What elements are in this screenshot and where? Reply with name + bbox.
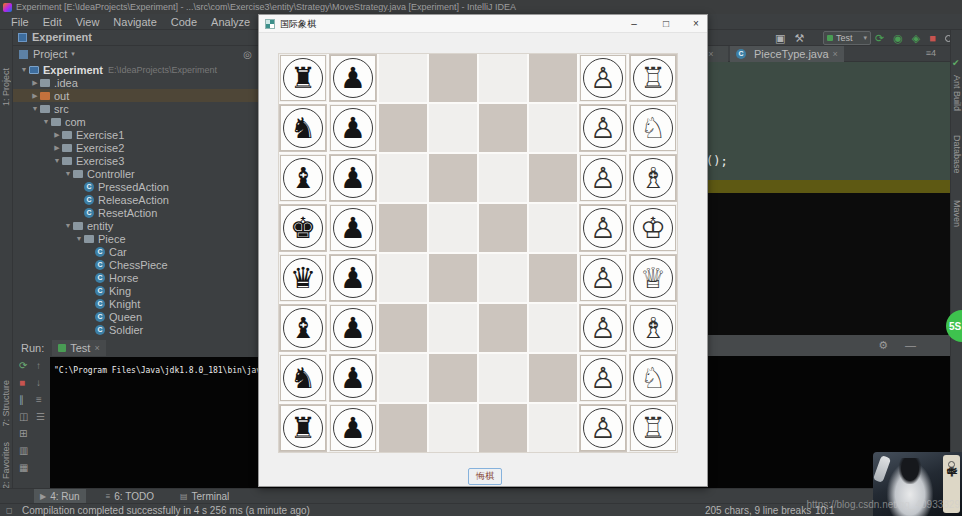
hide-icon[interactable]: — (905, 339, 916, 351)
square-r8c7[interactable]: ♙ (579, 404, 627, 452)
tree-label: Soldier (109, 324, 143, 336)
toolbar-coverage-icon[interactable]: ◈ (912, 30, 920, 46)
white-bishop-piece: ♗ (640, 164, 666, 193)
square-r8c1[interactable]: ♜ (279, 404, 327, 452)
white-rook-piece: ♖ (640, 64, 666, 93)
inspections-ok-icon[interactable]: ✔ (952, 58, 960, 68)
square-r7c4[interactable] (429, 354, 477, 402)
piece-tile: ♙ (580, 405, 626, 451)
piece-circle: ♟ (333, 108, 373, 148)
square-r1c5[interactable] (479, 54, 527, 102)
maximize-button[interactable]: □ (653, 15, 679, 33)
square-r3c2[interactable]: ♟ (329, 154, 377, 202)
piece-tile: ♞ (280, 105, 326, 151)
run-tab-test[interactable]: Test × (52, 340, 105, 356)
tree-label: Exercise2 (76, 142, 124, 154)
piece-tile: ♟ (330, 405, 376, 451)
piece-circle: ♙ (583, 108, 623, 148)
run-rerun-icon[interactable]: ⟳ (19, 361, 27, 371)
chevron-down-icon: ▾ (71, 50, 243, 58)
folder-icon (84, 235, 94, 243)
square-r1c8[interactable]: ♖ (629, 54, 677, 102)
black-pawn-piece: ♟ (340, 264, 366, 293)
tree-item-queen[interactable]: CQueen (13, 310, 258, 323)
seal-icon (948, 461, 955, 468)
class-icon: C (95, 286, 105, 296)
project-icon (29, 66, 39, 74)
toolbar-stop-icon[interactable]: ■ (929, 30, 936, 46)
close-button[interactable]: × (683, 15, 709, 33)
piece-circle: ♕ (633, 258, 673, 298)
piece-circle: ♟ (333, 358, 373, 398)
black-knight-piece: ♞ (290, 364, 316, 393)
piece-tile: ♟ (330, 305, 376, 351)
square-r6c8[interactable]: ♗ (629, 304, 677, 352)
piece-tile: ♟ (330, 355, 376, 401)
tree-label: src (54, 103, 69, 115)
menu-file[interactable]: File (4, 16, 36, 28)
square-r5c8[interactable]: ♕ (629, 254, 677, 302)
tree-item-chesspiece[interactable]: CChessPiece (13, 258, 258, 271)
square-r5c4[interactable] (429, 254, 477, 302)
expand-arrow-icon[interactable]: ▶ (52, 144, 62, 152)
chess-board: ♜♟♙♖♞♟♙♘♝♟♙♗♚♟♙♔♛♟♙♕♝♟♙♗♞♟♙♘♜♟♙♖ (278, 53, 678, 453)
piece-tile: ♕ (630, 255, 676, 301)
piece-tile: ♟ (330, 255, 376, 301)
tree-label: ResetAction (98, 207, 157, 219)
piece-tile: ♔ (630, 205, 676, 251)
white-knight-piece: ♘ (640, 364, 666, 393)
class-icon: C (95, 299, 105, 309)
run-scroll-end-icon[interactable]: ☰ (36, 412, 45, 422)
class-icon: C (95, 260, 105, 270)
class-icon: C (95, 325, 105, 335)
black-knight-piece: ♞ (290, 114, 316, 143)
tool-tab-4-run[interactable]: ▶4: Run (34, 489, 86, 504)
piece-tile: ♟ (330, 105, 376, 151)
menu-analyze[interactable]: Analyze (204, 16, 257, 28)
square-r8c4[interactable] (429, 404, 477, 452)
square-r5c2[interactable]: ♟ (329, 254, 377, 302)
piece-circle: ♙ (583, 408, 623, 448)
toolbar-right-icons: ⟳◉◈■ (875, 30, 952, 46)
piece-circle: ♘ (633, 108, 673, 148)
folder-icon (62, 144, 72, 152)
tree-item-king[interactable]: CKing (13, 284, 258, 297)
square-r7c6[interactable] (529, 354, 577, 402)
square-r6c5[interactable] (479, 304, 527, 352)
tree-label: Exercise1 (76, 129, 124, 141)
piece-tile: ♜ (280, 405, 326, 451)
square-r8c2[interactable]: ♟ (329, 404, 377, 452)
square-r4c6[interactable] (529, 204, 577, 252)
folder-icon (62, 131, 72, 139)
square-r7c7[interactable]: ♙ (579, 354, 627, 402)
tree-item-.idea[interactable]: ▶.idea (13, 76, 258, 89)
class-icon: C (84, 182, 94, 192)
piece-circle: ♟ (333, 258, 373, 298)
piece-circle: ♙ (583, 58, 623, 98)
square-r2c7[interactable]: ♙ (579, 104, 627, 152)
tree-label: ReleaseAction (98, 194, 169, 206)
square-r4c7[interactable]: ♙ (579, 204, 627, 252)
tree-item-piece[interactable]: ▼Piece (13, 232, 258, 245)
toolbar-build-hammer-icon[interactable]: ⚒ (794, 30, 804, 46)
folder-icon (73, 222, 83, 230)
collapse-arrow-icon[interactable]: ▼ (19, 66, 29, 73)
excluded-folder-icon (40, 92, 50, 100)
folder-icon (62, 157, 72, 165)
square-r7c2[interactable]: ♟ (329, 354, 377, 402)
piece-tile: ♙ (580, 305, 626, 351)
square-r4c5[interactable] (479, 204, 527, 252)
square-r3c8[interactable]: ♗ (629, 154, 677, 202)
tree-item-resetaction[interactable]: CResetAction (13, 206, 258, 219)
black-pawn-piece: ♟ (340, 114, 366, 143)
square-r2c5[interactable] (479, 104, 527, 152)
square-r2c1[interactable]: ♞ (279, 104, 327, 152)
screen: Experiment [E:\IdeaProjects\Experiment] … (0, 0, 962, 516)
chess-app-icon (265, 19, 275, 29)
tree-label: Car (109, 246, 127, 258)
chevron-down-icon: ▾ (863, 34, 867, 42)
tree-item-entity[interactable]: ▼entity (13, 219, 258, 232)
piece-tile: ♘ (630, 105, 676, 151)
piece-tile: ♝ (280, 155, 326, 201)
square-r6c6[interactable] (529, 304, 577, 352)
white-pawn-piece: ♙ (590, 414, 616, 443)
minimize-button[interactable]: – (621, 15, 647, 33)
chess-window: 国际象棋 – □ × ♜♟♙♖♞♟♙♘♝♟♙♗♚♟♙♔♛♟♙♕♝♟♙♗♞♟♙♘♜… (258, 14, 708, 487)
stripe-tab-favorites[interactable]: 2: Favorites (1, 442, 11, 489)
white-knight-piece: ♘ (640, 114, 666, 143)
square-r3c6[interactable] (529, 154, 577, 202)
square-r1c4[interactable] (429, 54, 477, 102)
run-layout-icon[interactable]: ▦ (19, 463, 28, 473)
square-r4c2[interactable]: ♟ (329, 204, 377, 252)
piece-circle: ♙ (583, 358, 623, 398)
square-r2c6[interactable] (529, 104, 577, 152)
piece-tile: ♙ (580, 55, 626, 101)
piece-circle: ♗ (633, 158, 673, 198)
square-r2c8[interactable]: ♘ (629, 104, 677, 152)
tree-item-controller[interactable]: ▼Controller (13, 167, 258, 180)
settings-gear-icon[interactable]: ◎ (243, 49, 252, 60)
tree-item-releaseaction[interactable]: CReleaseAction (13, 193, 258, 206)
piece-tile: ♖ (630, 405, 676, 451)
run-console[interactable]: "C:\Program Files\Java\jdk1.8.0_181\bin\… (50, 357, 258, 488)
piece-tile: ♗ (630, 155, 676, 201)
tree-item-horse[interactable]: CHorse (13, 271, 258, 284)
piece-circle: ♙ (583, 208, 623, 248)
project-view-icon (19, 50, 28, 59)
piece-tile: ♘ (630, 355, 676, 401)
tree-item-exercise1[interactable]: ▶Exercise1 (13, 128, 258, 141)
run-config-icon (827, 35, 833, 41)
piece-tile: ♙ (580, 105, 626, 151)
tree-label: Queen (109, 311, 142, 323)
tool-tab-6-todo[interactable]: ≡6: TODO (100, 489, 160, 504)
white-pawn-piece: ♙ (590, 64, 616, 93)
piece-circle: ♟ (333, 208, 373, 248)
piece-tile: ♟ (330, 205, 376, 251)
tree-item-pressedaction[interactable]: CPressedAction (13, 180, 258, 193)
piece-circle: ♟ (333, 308, 373, 348)
square-r3c5[interactable] (479, 154, 527, 202)
anime-figure-hair (899, 458, 921, 484)
square-r1c1[interactable]: ♜ (279, 54, 327, 102)
black-pawn-piece: ♟ (340, 364, 366, 393)
tree-item-soldier[interactable]: CSoldier (13, 323, 258, 336)
tool-tab-label: 4: Run (50, 491, 79, 502)
piece-circle: ♖ (633, 58, 673, 98)
project-panel-header[interactable]: Project ▾ ◎ (13, 46, 258, 62)
ide-titlebar: Experiment [E:\IdeaProjects\Experiment] … (0, 0, 962, 14)
black-pawn-piece: ♟ (340, 314, 366, 343)
square-r4c1[interactable]: ♚ (279, 204, 327, 252)
square-r6c2[interactable]: ♟ (329, 304, 377, 352)
folder-icon (40, 105, 50, 113)
square-r5c1[interactable]: ♛ (279, 254, 327, 302)
folder-icon (51, 118, 61, 126)
white-pawn-piece: ♙ (590, 164, 616, 193)
tab-overflow-icon[interactable]: ≡4 (926, 48, 936, 58)
piece-circle: ♝ (283, 158, 323, 198)
tool-tab-terminal[interactable]: ▤Terminal (174, 489, 235, 504)
square-r6c3[interactable] (379, 304, 427, 352)
square-r4c8[interactable]: ♔ (629, 204, 677, 252)
tree-item-car[interactable]: CCar (13, 245, 258, 258)
square-r5c7[interactable]: ♙ (579, 254, 627, 302)
close-icon[interactable]: × (94, 343, 99, 353)
tree-item-exercise2[interactable]: ▶Exercise2 (13, 141, 258, 154)
square-r2c3[interactable] (379, 104, 427, 152)
white-pawn-piece: ♙ (590, 364, 616, 393)
piece-circle: ♞ (283, 108, 323, 148)
console-text: "C:\Program Files\Java\jdk1.8.0_181\bin\… (54, 366, 290, 375)
square-r1c7[interactable]: ♙ (579, 54, 627, 102)
menu-edit[interactable]: Edit (36, 16, 69, 28)
piece-tile: ♙ (580, 205, 626, 251)
class-icon: C (84, 195, 94, 205)
run-down-icon[interactable]: ↓ (36, 378, 41, 388)
collapse-arrow-icon[interactable]: ▼ (63, 222, 73, 229)
white-queen-piece: ♕ (640, 264, 666, 293)
breadcrumb[interactable]: Experiment (18, 31, 92, 43)
toolbar-left-icons: ▣⚒ (775, 30, 804, 46)
class-icon: C (95, 273, 105, 283)
square-r5c6[interactable] (529, 254, 577, 302)
class-icon: C (84, 208, 94, 218)
stripe-tab-project[interactable]: 1: Project (1, 68, 11, 106)
close-icon[interactable]: × (708, 49, 713, 59)
folder-icon (73, 170, 83, 178)
white-rook-piece: ♖ (640, 414, 666, 443)
tree-label: ChessPiece (109, 259, 168, 271)
tree-label: King (109, 285, 131, 297)
tree-label: PressedAction (98, 181, 169, 193)
white-king-piece: ♔ (640, 214, 666, 243)
tree-label: entity (87, 220, 113, 232)
class-icon: C (95, 312, 105, 322)
piece-tile: ♛ (280, 255, 326, 301)
chess-window-titlebar[interactable]: 国际象棋 – □ × (259, 15, 707, 33)
run-panel-header: Run: Test × (13, 340, 258, 356)
piece-circle: ♛ (283, 258, 323, 298)
black-bishop-piece: ♝ (290, 314, 316, 343)
stripe-tab-ant-build[interactable]: Ant Build (952, 75, 962, 111)
stripe-tab-structure[interactable]: 7: Structure (1, 380, 11, 427)
piece-circle: ♗ (633, 308, 673, 348)
run-screenshot-icon[interactable]: ◫ (19, 412, 28, 422)
collapse-arrow-icon[interactable]: ▼ (41, 118, 51, 125)
collapse-arrow-icon[interactable]: ▼ (74, 235, 84, 242)
tree-item-com[interactable]: ▼com (13, 115, 258, 128)
square-r6c4[interactable] (429, 304, 477, 352)
piece-tile: ♗ (630, 305, 676, 351)
square-r6c7[interactable]: ♙ (579, 304, 627, 352)
run-gc-icon[interactable]: ⊞ (19, 429, 27, 439)
collapse-arrow-icon[interactable]: ▼ (52, 157, 62, 164)
square-r8c6[interactable] (529, 404, 577, 452)
toolbar-restore-window-icon[interactable]: ▣ (775, 30, 785, 46)
white-pawn-piece: ♙ (590, 214, 616, 243)
close-icon[interactable]: × (833, 49, 838, 59)
tool-tab-label: Terminal (192, 491, 230, 502)
white-pawn-piece: ♙ (590, 114, 616, 143)
run-pause-icon[interactable]: ∥ (19, 395, 24, 405)
stripe-tab-database[interactable]: Database (952, 135, 962, 174)
piece-circle: ♙ (583, 308, 623, 348)
square-r1c2[interactable]: ♟ (329, 54, 377, 102)
square-r7c3[interactable] (379, 354, 427, 402)
tree-item-exercise3[interactable]: ▼Exercise3 (13, 154, 258, 167)
collapse-arrow-icon[interactable]: ▼ (30, 105, 40, 112)
square-r8c3[interactable] (379, 404, 427, 452)
piece-circle: ♜ (283, 58, 323, 98)
tool-tab-icon: ▶ (40, 492, 46, 501)
tree-label: Exercise3 (76, 155, 124, 167)
event-log-icon[interactable]: ◻ (6, 506, 13, 515)
black-pawn-piece: ♟ (340, 164, 366, 193)
collapse-arrow-icon[interactable]: ▼ (63, 170, 73, 177)
square-r1c3[interactable] (379, 54, 427, 102)
tree-label: Knight (109, 298, 140, 310)
run-stop-icon[interactable]: ■ (19, 378, 25, 388)
status-message: Compilation completed successfully in 4 … (22, 505, 310, 516)
tree-label: Controller (87, 168, 135, 180)
toolbar-run-icon[interactable]: ⟳ (875, 30, 884, 46)
square-r5c3[interactable] (379, 254, 427, 302)
piece-tile: ♚ (280, 205, 326, 251)
tree-item-out[interactable]: ▶out (13, 89, 258, 102)
menu-navigate[interactable]: Navigate (106, 16, 163, 28)
square-r6c1[interactable]: ♝ (279, 304, 327, 352)
square-r3c4[interactable] (429, 154, 477, 202)
left-tool-stripe: 1: Project 7: Structure 2: Favorites ☆ (0, 30, 13, 488)
piece-circle: ♟ (333, 58, 373, 98)
run-softwrap-icon[interactable]: ≡ (36, 395, 42, 405)
chess-window-title: 国际象棋 (280, 18, 316, 31)
undo-move-button[interactable]: 悔棋 (468, 468, 502, 485)
project-icon (18, 33, 27, 42)
expand-arrow-icon[interactable]: ▶ (30, 79, 40, 87)
tree-label: out (54, 90, 69, 102)
project-tree: ▼ExperimentE:\IdeaProjects\Experiment▶.i… (13, 63, 258, 340)
black-queen-piece: ♛ (290, 264, 316, 293)
expand-arrow-icon[interactable]: ▶ (52, 131, 62, 139)
white-bishop-piece: ♗ (640, 314, 666, 343)
folder-icon (40, 79, 50, 87)
piece-tile: ♝ (280, 305, 326, 351)
piece-circle: ♔ (633, 208, 673, 248)
square-r4c3[interactable] (379, 204, 427, 252)
run-config-selector[interactable]: Test ▾ (823, 31, 871, 45)
square-r8c8[interactable]: ♖ (629, 404, 677, 452)
tree-item-src[interactable]: ▼src (13, 102, 258, 115)
tree-item-experiment[interactable]: ▼ExperimentE:\IdeaProjects\Experiment (13, 63, 258, 76)
right-tool-stripe: ✔ Ant BuildDatabaseMaven (950, 30, 962, 488)
square-r3c3[interactable] (379, 154, 427, 202)
toolbar-debug-bug-icon[interactable]: ◉ (893, 30, 903, 46)
square-r5c5[interactable] (479, 254, 527, 302)
menu-code[interactable]: Code (164, 16, 204, 28)
piece-circle: ♖ (633, 408, 673, 448)
black-pawn-piece: ♟ (340, 64, 366, 93)
square-r1c6[interactable] (529, 54, 577, 102)
tool-tab-icon: ▤ (180, 492, 188, 501)
piece-circle: ♘ (633, 358, 673, 398)
tree-item-knight[interactable]: CKnight (13, 297, 258, 310)
tree-label: com (65, 116, 86, 128)
square-r4c4[interactable] (429, 204, 477, 252)
run-exit-icon[interactable]: ▥ (19, 446, 28, 456)
square-r7c1[interactable]: ♞ (279, 354, 327, 402)
tool-tab-icon: ≡ (106, 492, 111, 501)
square-r7c5[interactable] (479, 354, 527, 402)
white-pawn-piece: ♙ (590, 264, 616, 293)
square-r8c5[interactable] (479, 404, 527, 452)
piece-tile: ♟ (330, 155, 376, 201)
menu-view[interactable]: View (69, 16, 107, 28)
black-king-piece: ♚ (290, 214, 316, 243)
piece-tile: ♙ (580, 255, 626, 301)
tree-label: Piece (98, 233, 126, 245)
expand-arrow-icon[interactable]: ▶ (30, 92, 40, 100)
square-r2c2[interactable]: ♟ (329, 104, 377, 152)
square-r7c8[interactable]: ♘ (629, 354, 677, 402)
square-r3c1[interactable]: ♝ (279, 154, 327, 202)
tree-label: .idea (54, 77, 78, 89)
piece-tile: ♙ (580, 355, 626, 401)
tree-path: E:\IdeaProjects\Experiment (108, 65, 217, 75)
piece-circle: ♙ (583, 258, 623, 298)
black-pawn-piece: ♟ (340, 414, 366, 443)
piece-circle: ♜ (283, 408, 323, 448)
gear-icon[interactable]: ⚙ (878, 339, 888, 352)
tab-piecetype[interactable]: C PieceType.java × (730, 46, 844, 62)
tree-label: Experiment (43, 64, 103, 76)
stripe-tab-maven[interactable]: Maven (952, 200, 962, 227)
piece-tile: ♖ (630, 55, 676, 101)
project-panel: Project ▾ ◎ ▼ExperimentE:\IdeaProjects\E… (13, 46, 258, 340)
square-r2c4[interactable] (429, 104, 477, 152)
piece-tile: ♞ (280, 355, 326, 401)
run-tab-icon (58, 344, 66, 352)
square-r3c7[interactable]: ♙ (579, 154, 627, 202)
run-up-icon[interactable]: ↑ (36, 361, 41, 371)
piece-tile: ♙ (580, 155, 626, 201)
